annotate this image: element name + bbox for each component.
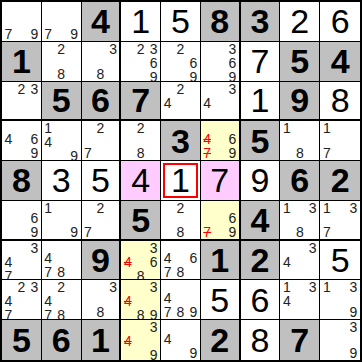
candidate-2: 2: [94, 201, 107, 215]
pm-empty-slot: [333, 135, 346, 146]
pm-empty-slot: [28, 2, 41, 14]
solved-digit: 5: [201, 280, 239, 319]
pencil-marks: 79: [42, 2, 81, 41]
pm-empty-slot: [42, 149, 55, 161]
cell-r8c6[interactable]: 5: [201, 280, 241, 320]
pm-empty-slot: [42, 215, 55, 225]
cell-r6c6[interactable]: 679: [201, 201, 241, 241]
given-digit: 2: [201, 320, 239, 360]
pm-empty-slot: [147, 121, 160, 135]
cell-r5c7[interactable]: 9: [241, 161, 281, 201]
pm-empty-slot: [55, 56, 68, 67]
given-digit: 9: [82, 241, 120, 280]
given-digit: 5: [42, 82, 81, 120]
cell-r1c4[interactable]: 1: [121, 2, 161, 42]
pm-empty-slot: [28, 107, 41, 119]
cell-r7c8[interactable]: 34: [280, 241, 320, 281]
pm-empty-slot: [107, 56, 120, 67]
pm-empty-slot: [134, 280, 147, 294]
pencil-marks: 369: [201, 42, 239, 81]
pm-empty-slot: [107, 121, 120, 135]
cell-r8c2[interactable]: 2478: [42, 280, 82, 320]
pencil-marks: 469: [2, 121, 41, 160]
pm-empty-slot: [28, 96, 41, 108]
pm-empty-slot: [187, 82, 200, 96]
candidate-4: 4: [121, 334, 134, 348]
cell-r9c1[interactable]: 5: [2, 320, 42, 360]
pm-empty-slot: [280, 308, 293, 319]
candidate-3: 3: [147, 320, 160, 334]
cell-r5c2[interactable]: 3: [42, 161, 82, 201]
pm-empty-slot: [347, 215, 360, 225]
candidate-7: 7: [42, 265, 55, 279]
pm-empty-slot: [107, 67, 120, 81]
pm-empty-slot: [174, 291, 187, 305]
given-digit: 5: [2, 320, 41, 360]
cell-r9c4[interactable]: 349: [121, 320, 161, 360]
candidate-6: 6: [187, 251, 200, 265]
candidate-8: 8: [174, 225, 187, 239]
given-digit: 8: [2, 161, 41, 200]
given-digit: 1: [2, 42, 41, 81]
pm-empty-slot: [68, 56, 81, 67]
cell-r2c5[interactable]: 269: [161, 42, 201, 82]
candidate-3: 3: [147, 42, 160, 56]
pm-empty-slot: [55, 215, 68, 225]
pm-empty-slot: [187, 215, 200, 225]
pm-empty-slot: [82, 121, 95, 135]
candidate-8: 8: [134, 308, 147, 320]
pm-empty-slot: [15, 2, 28, 14]
cell-r8c3[interactable]: 38: [82, 280, 122, 320]
pm-empty-slot: [68, 308, 81, 320]
pm-empty-slot: [134, 56, 147, 70]
pm-empty-slot: [280, 241, 293, 255]
candidate-3: 3: [226, 82, 239, 96]
cell-r7c5[interactable]: 4678: [161, 241, 201, 281]
pm-empty-slot: [15, 96, 28, 108]
given-digit: 6: [42, 320, 81, 360]
pm-empty-slot: [15, 121, 28, 132]
solved-digit: 9: [241, 161, 280, 200]
pencil-marks: 3489: [121, 280, 160, 319]
pm-empty-slot: [134, 70, 147, 82]
pm-empty-slot: [68, 241, 81, 252]
cell-r4c5[interactable]: 3: [161, 121, 201, 161]
pm-empty-slot: [134, 255, 147, 269]
cell-r2c8[interactable]: 5: [280, 42, 320, 82]
solved-digit: 1: [161, 161, 200, 200]
sudoku-board: 7979415832612838236926936975423567243419…: [0, 0, 362, 362]
solved-digit: 5: [82, 161, 120, 200]
candidate-8: 8: [174, 265, 187, 279]
pm-empty-slot: [82, 42, 95, 56]
pm-empty-slot: [68, 135, 81, 149]
candidate-4: 4: [42, 251, 55, 265]
candidate-7: 7: [42, 308, 55, 320]
pm-empty-slot: [161, 110, 174, 120]
pm-empty-slot: [320, 305, 333, 319]
pencil-marks: 149: [42, 121, 81, 160]
candidate-9: 9: [68, 27, 81, 41]
cell-r2c2[interactable]: 28: [42, 42, 82, 82]
given-digit: 4: [82, 2, 120, 41]
cell-r8c7[interactable]: 6: [241, 280, 281, 320]
cell-r4c9[interactable]: 17: [320, 121, 360, 161]
pm-empty-slot: [28, 269, 41, 281]
pm-empty-slot: [2, 107, 15, 119]
pm-empty-slot: [187, 320, 200, 332]
pm-empty-slot: [201, 211, 214, 225]
pm-empty-slot: [42, 14, 55, 26]
cell-r6c4[interactable]: 5: [121, 201, 161, 241]
pm-empty-slot: [42, 280, 55, 294]
pm-empty-slot: [134, 294, 147, 308]
cell-r5c5[interactable]: 1: [161, 161, 201, 201]
pm-empty-slot: [121, 135, 134, 146]
pm-empty-slot: [42, 67, 55, 81]
cell-r2c6[interactable]: 369: [201, 42, 241, 82]
pm-empty-slot: [2, 280, 15, 294]
pm-empty-slot: [134, 241, 147, 255]
cell-r1c8[interactable]: 2: [280, 2, 320, 42]
pm-empty-slot: [187, 42, 200, 56]
candidate-4: 4: [161, 332, 174, 346]
pm-empty-slot: [333, 225, 346, 239]
pm-empty-slot: [107, 225, 120, 239]
pm-empty-slot: [94, 146, 107, 160]
cell-r1c6[interactable]: 8: [201, 2, 241, 42]
cell-r1c9[interactable]: 6: [320, 2, 360, 42]
candidate-4: 4: [2, 132, 15, 146]
pencil-marks: 3468: [121, 241, 160, 280]
candidate-3: 3: [347, 280, 360, 294]
pm-empty-slot: [94, 56, 107, 67]
pencil-marks: 49: [161, 320, 200, 360]
pm-empty-slot: [121, 280, 134, 294]
pm-empty-slot: [55, 251, 68, 265]
pencil-marks: 2369: [121, 42, 160, 81]
candidate-7: 7: [2, 27, 15, 41]
candidate-8: 8: [293, 146, 306, 160]
cell-r3c2[interactable]: 5: [42, 82, 82, 122]
cell-r7c7[interactable]: 2: [241, 241, 281, 281]
cell-r9c6[interactable]: 2: [201, 320, 241, 360]
cell-r7c2[interactable]: 478: [42, 241, 82, 281]
pencil-marks: 478: [42, 241, 81, 280]
cell-r8c9[interactable]: 139: [320, 280, 360, 320]
pm-empty-slot: [213, 225, 226, 239]
pm-empty-slot: [213, 201, 226, 211]
pm-empty-slot: [15, 211, 28, 225]
cell-r3c5[interactable]: 24: [161, 82, 201, 122]
cell-r7c1[interactable]: 347: [2, 241, 42, 281]
candidate-7: 7: [161, 305, 174, 319]
candidate-6: 6: [226, 56, 239, 70]
cell-r1c7[interactable]: 3: [241, 2, 281, 42]
candidate-2: 2: [174, 42, 187, 56]
pm-empty-slot: [121, 70, 134, 82]
given-digit: 9: [280, 82, 319, 120]
cell-r2c7[interactable]: 7: [241, 42, 281, 82]
pm-empty-slot: [201, 201, 214, 211]
cell-r4c3[interactable]: 27: [82, 121, 122, 161]
cell-r4c8[interactable]: 18: [280, 121, 320, 161]
pm-empty-slot: [293, 201, 306, 215]
pm-empty-slot: [15, 255, 28, 269]
solved-digit: 3: [42, 161, 81, 200]
candidate-7: 7: [82, 225, 95, 239]
solved-digit: 4: [121, 161, 160, 200]
pm-empty-slot: [68, 265, 81, 279]
candidate-2: 2: [55, 280, 68, 294]
cell-r8c4[interactable]: 3489: [121, 280, 161, 320]
cell-r7c9[interactable]: 5: [320, 241, 360, 281]
given-digit: 3: [241, 2, 280, 41]
candidate-3: 3: [28, 82, 41, 96]
cell-r6c2[interactable]: 19: [42, 201, 82, 241]
pm-empty-slot: [107, 146, 120, 160]
candidate-3: 3: [306, 280, 319, 294]
pm-empty-slot: [68, 294, 81, 308]
cell-r4c1[interactable]: 469: [2, 121, 42, 161]
candidate-1: 1: [280, 201, 293, 215]
candidate-3: 3: [226, 42, 239, 56]
cell-r1c1[interactable]: 79: [2, 2, 42, 42]
candidate-7: 7: [82, 146, 95, 160]
pencil-marks: 38: [82, 42, 120, 81]
pm-empty-slot: [55, 121, 68, 135]
pm-empty-slot: [107, 294, 120, 305]
cell-r3c6[interactable]: 34: [201, 82, 241, 122]
pencil-marks: 38: [82, 280, 120, 319]
pm-empty-slot: [201, 70, 214, 82]
pm-empty-slot: [15, 14, 28, 26]
pm-empty-slot: [94, 42, 107, 56]
pencil-marks: 134: [280, 280, 319, 319]
pm-empty-slot: [161, 215, 174, 225]
pm-empty-slot: [121, 320, 134, 334]
cell-r1c2[interactable]: 79: [42, 2, 82, 42]
cell-r3c4[interactable]: 7: [121, 82, 161, 122]
cell-r7c4[interactable]: 3468: [121, 241, 161, 281]
pm-empty-slot: [82, 280, 95, 294]
pm-empty-slot: [333, 320, 346, 334]
pm-empty-slot: [174, 70, 187, 82]
cell-r9c8[interactable]: 7: [280, 320, 320, 360]
cell-r2c1[interactable]: 1: [2, 42, 42, 82]
cell-r2c9[interactable]: 4: [320, 42, 360, 82]
candidate-4: 4: [161, 251, 174, 265]
cell-r6c7[interactable]: 4: [241, 201, 281, 241]
candidate-6: 6: [28, 132, 41, 146]
cell-r3c9[interactable]: 8: [320, 82, 360, 122]
pm-empty-slot: [55, 2, 68, 14]
pencil-marks: 679: [201, 201, 239, 239]
candidate-3: 3: [28, 280, 41, 294]
cell-r8c8[interactable]: 134: [280, 280, 320, 320]
pm-empty-slot: [320, 334, 333, 346]
pm-empty-slot: [213, 121, 226, 132]
cell-r9c9[interactable]: 39: [320, 320, 360, 360]
candidate-9: 9: [347, 305, 360, 319]
cell-r5c1[interactable]: 8: [2, 161, 42, 201]
pm-empty-slot: [94, 225, 107, 239]
pm-empty-slot: [213, 42, 226, 56]
pm-empty-slot: [320, 346, 333, 360]
cell-r6c3[interactable]: 27: [82, 201, 122, 241]
candidate-7: 7: [161, 265, 174, 279]
cell-r5c3[interactable]: 5: [82, 161, 122, 201]
pencil-marks: 4679: [201, 121, 239, 160]
pm-empty-slot: [55, 225, 68, 239]
pm-empty-slot: [15, 241, 28, 255]
pencil-marks: 28: [121, 121, 160, 160]
candidate-8: 8: [55, 265, 68, 279]
cell-r4c2[interactable]: 149: [42, 121, 82, 161]
pm-empty-slot: [293, 121, 306, 135]
cell-r7c6[interactable]: 1: [201, 241, 241, 281]
cell-r6c9[interactable]: 137: [320, 201, 360, 241]
solved-digit: 1: [241, 82, 280, 120]
candidate-2: 2: [15, 280, 28, 294]
cell-r2c4[interactable]: 2369: [121, 42, 161, 82]
candidate-4: 4: [121, 294, 134, 308]
pencil-marks: 69: [2, 201, 41, 239]
pm-empty-slot: [2, 241, 15, 255]
pm-empty-slot: [293, 255, 306, 269]
pm-empty-slot: [187, 225, 200, 239]
candidate-8: 8: [94, 67, 107, 81]
pm-empty-slot: [213, 70, 226, 82]
cell-r3c3[interactable]: 6: [82, 82, 122, 122]
pm-empty-slot: [213, 211, 226, 225]
cell-r3c8[interactable]: 9: [280, 82, 320, 122]
pm-empty-slot: [55, 27, 68, 41]
candidate-3: 3: [306, 201, 319, 215]
pencil-marks: 34: [201, 82, 239, 120]
cell-r5c4[interactable]: 4: [121, 161, 161, 201]
pm-empty-slot: [161, 82, 174, 96]
pm-empty-slot: [333, 215, 346, 225]
cell-r3c7[interactable]: 1: [241, 82, 281, 122]
pm-empty-slot: [201, 42, 214, 56]
given-digit: 5: [121, 201, 160, 239]
pm-empty-slot: [94, 135, 107, 146]
pencil-marks: 2347: [2, 280, 41, 319]
candidate-1: 1: [320, 280, 333, 294]
pm-empty-slot: [174, 332, 187, 346]
candidate-3: 3: [347, 201, 360, 215]
candidate-3: 3: [306, 241, 319, 255]
candidate-4: 4: [161, 96, 174, 110]
solved-digit: 5: [161, 2, 200, 41]
cell-r4c4[interactable]: 28: [121, 121, 161, 161]
pencil-marks: 23: [2, 82, 41, 120]
candidate-7: 7: [201, 225, 214, 239]
cell-r1c3[interactable]: 4: [82, 2, 122, 42]
cell-r5c6[interactable]: 7: [201, 161, 241, 201]
pm-empty-slot: [187, 201, 200, 215]
cell-r2c3[interactable]: 38: [82, 42, 122, 82]
cell-r7c3[interactable]: 9: [82, 241, 122, 281]
candidate-6: 6: [147, 56, 160, 70]
candidate-8: 8: [134, 146, 147, 160]
candidate-9: 9: [226, 70, 239, 82]
given-digit: 6: [82, 82, 120, 120]
pm-empty-slot: [161, 201, 174, 215]
pm-empty-slot: [187, 96, 200, 110]
pm-empty-slot: [121, 146, 134, 160]
pm-empty-slot: [121, 56, 134, 70]
given-digit: 4: [241, 201, 280, 239]
cell-r6c1[interactable]: 69: [2, 201, 42, 241]
pm-empty-slot: [55, 149, 68, 161]
candidate-6: 6: [28, 211, 41, 225]
pm-empty-slot: [82, 305, 95, 319]
pm-empty-slot: [306, 146, 319, 160]
cell-r6c8[interactable]: 138: [280, 201, 320, 241]
pm-empty-slot: [306, 121, 319, 135]
pm-empty-slot: [55, 241, 68, 252]
cell-r9c7[interactable]: 8: [241, 320, 281, 360]
given-digit: 2: [241, 241, 280, 280]
cell-r9c5[interactable]: 49: [161, 320, 201, 360]
pm-empty-slot: [15, 308, 28, 320]
pm-empty-slot: [333, 146, 346, 160]
cell-r9c3[interactable]: 1: [82, 320, 122, 360]
given-digit: 2: [320, 161, 360, 200]
cell-r5c9[interactable]: 2: [320, 161, 360, 201]
pm-empty-slot: [280, 225, 293, 239]
pm-empty-slot: [306, 225, 319, 239]
pm-empty-slot: [320, 320, 333, 334]
pm-empty-slot: [2, 201, 15, 211]
pm-empty-slot: [147, 135, 160, 146]
cell-r6c5[interactable]: 28: [161, 201, 201, 241]
pm-empty-slot: [82, 294, 95, 305]
pencil-marks: 27: [82, 201, 120, 239]
candidate-6: 6: [147, 255, 160, 269]
cell-r3c1[interactable]: 23: [2, 82, 42, 122]
candidate-1: 1: [320, 121, 333, 135]
pm-empty-slot: [293, 269, 306, 280]
candidate-4: 4: [161, 291, 174, 305]
pencil-marks: 138: [280, 201, 319, 239]
pm-empty-slot: [347, 225, 360, 239]
cell-r4c7[interactable]: 5: [241, 121, 281, 161]
pm-empty-slot: [107, 305, 120, 319]
given-digit: 8: [201, 2, 239, 41]
pm-empty-slot: [201, 110, 214, 120]
cell-r8c5[interactable]: 4789: [161, 280, 201, 320]
solved-digit: 7: [241, 42, 280, 81]
pm-empty-slot: [213, 82, 226, 96]
candidate-9: 9: [226, 225, 239, 239]
cell-r8c1[interactable]: 2347: [2, 280, 42, 320]
pm-empty-slot: [68, 251, 81, 265]
cell-r4c6[interactable]: 4679: [201, 121, 241, 161]
cell-r9c2[interactable]: 6: [42, 320, 82, 360]
pm-empty-slot: [306, 294, 319, 308]
pencil-marks: 34: [280, 241, 319, 280]
pm-empty-slot: [2, 96, 15, 108]
cell-r1c5[interactable]: 5: [161, 2, 201, 42]
cell-r5c8[interactable]: 6: [280, 161, 320, 201]
pencil-marks: 17: [320, 121, 360, 160]
candidate-2: 2: [134, 42, 147, 56]
pencil-marks: 4678: [161, 241, 200, 280]
